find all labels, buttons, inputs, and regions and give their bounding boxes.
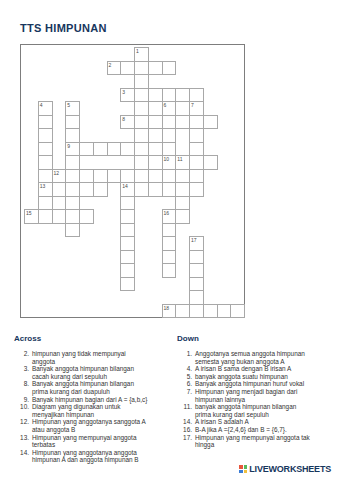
crossword-grid: 123456789101112131415161718 [20, 44, 245, 318]
grid-cell[interactable] [38, 155, 53, 170]
grid-cell[interactable]: 18 [162, 304, 177, 319]
clue-number: 6. [177, 380, 192, 388]
grid-cell[interactable] [162, 128, 177, 143]
grid-cell[interactable] [134, 142, 149, 157]
grid-cell[interactable]: 12 [52, 169, 67, 184]
grid-cell[interactable]: 16 [162, 209, 177, 224]
grid-cell[interactable] [134, 74, 149, 89]
grid-cell[interactable] [38, 169, 53, 184]
grid-cell[interactable] [189, 263, 204, 278]
clue-text: Anggotanya semua anggota himpunan semest… [195, 350, 313, 365]
grid-cell[interactable] [175, 182, 190, 197]
grid-cell[interactable] [134, 88, 149, 103]
grid-cell[interactable] [38, 128, 53, 143]
grid-cell[interactable] [175, 115, 190, 130]
clue-text: Himpunan yang anggotanya anggota himpuna… [32, 449, 150, 464]
grid-cell[interactable]: 6 [162, 101, 177, 116]
clue-number-in-cell: 8 [122, 116, 125, 122]
grid-cell[interactable] [148, 88, 163, 103]
clue-number-in-cell: 9 [67, 143, 70, 149]
grid-cell[interactable]: 11 [175, 155, 190, 170]
grid-cell[interactable] [189, 169, 204, 184]
grid-cell[interactable] [189, 155, 204, 170]
grid-cell[interactable] [189, 88, 204, 103]
grid-cell[interactable]: 4 [38, 101, 53, 116]
grid-cell[interactable]: 14 [120, 182, 135, 197]
across-clue-list: 2.himpunan yang tidak mempunyai anggota3… [14, 350, 166, 464]
clue-item: 2.himpunan yang tidak mempunyai anggota [14, 350, 166, 365]
clue-text: Banyak himpunan bagian dari A = {a,b,c} [32, 396, 150, 404]
grid-cell[interactable]: 9 [65, 142, 80, 157]
clue-number: 17. [177, 434, 192, 449]
clue-number-in-cell: 13 [40, 183, 46, 189]
grid-cell[interactable] [52, 182, 67, 197]
clue-number-in-cell: 7 [191, 102, 194, 108]
clue-number-in-cell: 16 [164, 210, 170, 216]
grid-cell[interactable] [107, 169, 122, 184]
clue-number: 10. [14, 403, 29, 418]
liveworksheets-brand[interactable]: LIVEWORKSHEETS [239, 464, 331, 474]
grid-cell[interactable] [120, 142, 135, 157]
grid-cell[interactable] [162, 61, 177, 76]
clue-text: himpunan yang tidak mempunyai anggota [32, 350, 150, 365]
grid-cell[interactable] [120, 223, 135, 238]
clue-number: 1. [177, 350, 192, 365]
clue-number: 11. [177, 403, 192, 418]
grid-cell[interactable] [134, 169, 149, 184]
clue-number-in-cell: 10 [164, 156, 170, 162]
grid-cell[interactable] [148, 169, 163, 184]
grid-cell[interactable] [120, 169, 135, 184]
clue-number-in-cell: 14 [122, 183, 128, 189]
clue-text: Banyak anggota himpunan huruf vokal [195, 380, 313, 388]
clue-text: Banyak anggota himpunan bilangan cacah k… [32, 365, 150, 380]
grid-cell[interactable] [120, 61, 135, 76]
clue-text: Diagram yang digunakan untuk menyajikan … [32, 403, 150, 418]
grid-cell[interactable] [120, 250, 135, 265]
grid-cell[interactable] [134, 101, 149, 116]
grid-cell[interactable] [189, 277, 204, 292]
grid-cell[interactable]: 3 [120, 88, 135, 103]
clue-item: 3.Banyak anggota himpunan bilangan cacah… [14, 365, 166, 380]
grid-cell[interactable]: 8 [120, 115, 135, 130]
grid-cell[interactable] [93, 182, 108, 197]
grid-cell[interactable]: 15 [24, 209, 39, 224]
clue-item: 1.Anggotanya semua anggota himpunan seme… [177, 350, 332, 365]
grid-cell[interactable] [120, 209, 135, 224]
grid-cell[interactable] [148, 142, 163, 157]
grid-cell[interactable] [65, 182, 80, 197]
clue-item: 14.A irisan S adalah A [177, 418, 332, 426]
grid-cell[interactable] [79, 142, 94, 157]
grid-cell[interactable] [38, 115, 53, 130]
clue-item: 10.Diagram yang digunakan untuk menyajik… [14, 403, 166, 418]
grid-cell[interactable] [148, 182, 163, 197]
grid-cell[interactable] [162, 142, 177, 157]
clue-number-in-cell: 2 [109, 62, 112, 68]
grid-cell[interactable]: 5 [65, 101, 80, 116]
clue-item: 6.Banyak anggota himpunan huruf vokal [177, 380, 332, 388]
clue-number: 3. [14, 365, 29, 380]
grid-cell[interactable] [65, 196, 80, 211]
grid-cell[interactable] [65, 223, 80, 238]
clue-text: Himpunan yang mempunyai anggota terbatas [32, 434, 150, 449]
grid-cell[interactable] [65, 155, 80, 170]
clue-text: B-A jika A ={2,4,6} dan B = {6,7}. [195, 426, 313, 434]
grid-cell[interactable] [203, 115, 218, 130]
grid-cell[interactable]: 1 [134, 47, 149, 62]
grid-cell[interactable]: 2 [107, 61, 122, 76]
page-title: TTS HIMPUNAN [20, 22, 107, 34]
grid-cell[interactable] [120, 263, 135, 278]
grid-cell[interactable] [162, 182, 177, 197]
grid-cell[interactable] [189, 128, 204, 143]
clue-number-in-cell: 6 [164, 102, 167, 108]
grid-cell[interactable] [79, 209, 94, 224]
clue-number-in-cell: 17 [191, 237, 197, 243]
grid-cell[interactable] [175, 304, 190, 319]
grid-cell[interactable] [120, 196, 135, 211]
grid-cell[interactable] [93, 169, 108, 184]
grid-cell[interactable] [217, 304, 232, 319]
grid-cell[interactable] [134, 115, 149, 130]
grid-cell[interactable]: 10 [162, 155, 177, 170]
grid-cell[interactable] [93, 142, 108, 157]
grid-cell[interactable] [134, 182, 149, 197]
grid-cell[interactable] [162, 115, 177, 130]
clue-text: Himpunan yang anggotanya sanggota A atau… [32, 418, 150, 433]
down-section: Down 1.Anggotanya semua anggota himpunan… [177, 334, 332, 449]
grid-cell[interactable] [189, 290, 204, 305]
grid-cell[interactable] [203, 155, 218, 170]
clue-number-in-cell: 12 [54, 170, 60, 176]
grid-cell[interactable] [38, 209, 53, 224]
grid-cell[interactable] [120, 277, 135, 292]
clue-number-in-cell: 11 [177, 156, 182, 162]
clue-text: Banyak anggota himpunan bilangan prima k… [32, 380, 150, 395]
clue-item: 11.banyak anggota himpunan bilangan prim… [177, 403, 332, 418]
clue-number-in-cell: 18 [164, 305, 170, 311]
clue-number-in-cell: 5 [67, 102, 70, 108]
clue-number-in-cell: 4 [40, 102, 43, 108]
grid-cell[interactable] [175, 88, 190, 103]
clue-number-in-cell: 3 [122, 89, 125, 95]
grid-cell[interactable] [162, 236, 177, 251]
grid-cell[interactable] [38, 142, 53, 157]
grid-cell[interactable] [189, 115, 204, 130]
grid-cell[interactable]: 7 [189, 101, 204, 116]
clue-number: 7. [177, 388, 192, 403]
grid-cell[interactable] [148, 61, 163, 76]
grid-cell[interactable] [148, 115, 163, 130]
clue-item: 13.Himpunan yang mempunyai anggota terba… [14, 434, 166, 449]
grid-cell[interactable]: 13 [38, 182, 53, 197]
grid-cell[interactable] [230, 304, 245, 319]
clue-item: 5.banyak anggota suatu himpunan [177, 373, 332, 381]
clue-item: 12.Himpunan yang anggotanya sanggota A a… [14, 418, 166, 433]
clue-number: 8. [14, 380, 29, 395]
grid-cell[interactable] [134, 61, 149, 76]
grid-cell[interactable] [162, 223, 177, 238]
clue-item: 17.Himpunan yang mempunyai anggota tak h… [177, 434, 332, 449]
grid-cell[interactable] [107, 142, 122, 157]
clue-item: 14.Himpunan yang anggotanya anggota himp… [14, 449, 166, 464]
clue-item: 4.A irisan B sama dengan B irisan A [177, 365, 332, 373]
across-section: Across 2.himpunan yang tidak mempunyai a… [14, 334, 166, 464]
clue-text: Himpunan yang menjadi bagian dari himpun… [195, 388, 313, 403]
grid-cell[interactable] [65, 169, 80, 184]
clue-number: 9. [14, 396, 29, 404]
clue-text: Himpunan yang mempunyai anggota tak hing… [195, 434, 313, 449]
grid-cell[interactable] [175, 169, 190, 184]
grid-cell[interactable] [65, 209, 80, 224]
clue-item: 8.Banyak anggota himpunan bilangan prima… [14, 380, 166, 395]
brand-text: LIVEWORKSHEETS [249, 464, 331, 474]
clue-item: 16.B-A jika A ={2,4,6} dan B = {6,7}. [177, 426, 332, 434]
grid-cell[interactable] [120, 236, 135, 251]
clue-number: 5. [177, 373, 192, 381]
grid-cell[interactable] [175, 196, 190, 211]
grid-cell[interactable] [52, 209, 67, 224]
clue-item: 7.Himpunan yang menjadi bagian dari himp… [177, 388, 332, 403]
grid-cell[interactable] [134, 128, 149, 143]
clue-number-in-cell: 1 [136, 48, 139, 54]
liveworksheets-icon [239, 465, 247, 473]
grid-cell[interactable] [162, 263, 177, 278]
grid-cell[interactable]: 17 [189, 236, 204, 251]
clue-number: 13. [14, 434, 29, 449]
grid-cell[interactable] [175, 209, 190, 224]
grid-cell[interactable] [189, 250, 204, 265]
across-heading: Across [14, 334, 166, 343]
grid-cell[interactable] [203, 304, 218, 319]
clue-number: 4. [177, 365, 192, 373]
grid-cell[interactable] [79, 182, 94, 197]
down-heading: Down [177, 334, 332, 343]
grid-cell[interactable] [189, 182, 204, 197]
clue-text: A irisan S adalah A [195, 418, 313, 426]
clue-number: 2. [14, 350, 29, 365]
clue-text: A irisan B sama dengan B irisan A [195, 365, 313, 373]
clue-text: banyak anggota suatu himpunan [195, 373, 313, 381]
grid-cell[interactable] [162, 88, 177, 103]
clue-number: 14. [14, 449, 29, 464]
grid-cell[interactable] [65, 128, 80, 143]
clue-number-in-cell: 15 [26, 210, 32, 216]
grid-cell[interactable] [189, 304, 204, 319]
down-clue-list: 1.Anggotanya semua anggota himpunan seme… [177, 350, 332, 449]
clue-number: 14. [177, 418, 192, 426]
clue-number: 12. [14, 418, 29, 433]
grid-cell[interactable] [162, 250, 177, 265]
grid-cell[interactable] [79, 169, 94, 184]
grid-cell[interactable] [38, 196, 53, 211]
grid-cell[interactable] [134, 155, 149, 170]
grid-cell[interactable] [65, 115, 80, 130]
clue-number: 16. [177, 426, 192, 434]
grid-cell[interactable] [189, 142, 204, 157]
clue-item: 9.Banyak himpunan bagian dari A = {a,b,c… [14, 396, 166, 404]
clue-text: banyak anggota himpunan bilangan prima k… [195, 403, 313, 418]
